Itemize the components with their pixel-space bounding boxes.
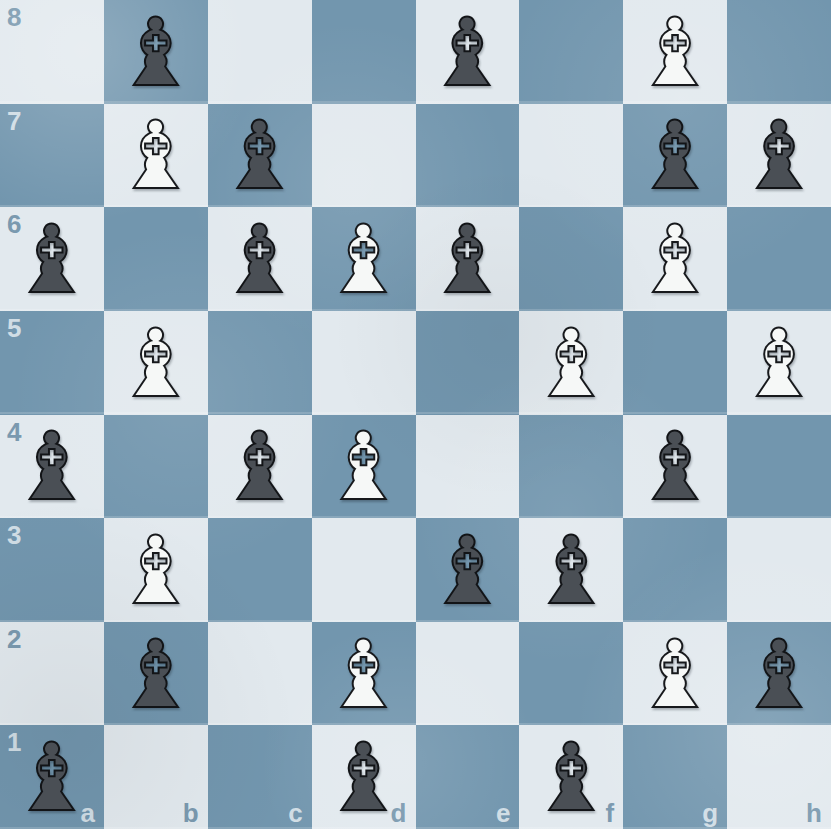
square-c5[interactable] (208, 311, 312, 415)
square-d4[interactable]: ♝ (312, 415, 416, 519)
file-label-e: e (496, 800, 510, 826)
square-a7[interactable]: 7 (0, 104, 104, 208)
square-f8[interactable] (519, 0, 623, 104)
square-d6[interactable]: ♝ (312, 207, 416, 311)
square-a4[interactable]: 4♝ (0, 415, 104, 519)
black-bishop-b8[interactable]: ♝ (104, 1, 208, 105)
square-a3[interactable]: 3 (0, 518, 104, 622)
square-g4[interactable]: ♝ (623, 415, 727, 519)
square-e2[interactable] (416, 622, 520, 726)
square-h8[interactable] (727, 0, 831, 104)
square-d5[interactable] (312, 311, 416, 415)
square-e4[interactable] (416, 415, 520, 519)
white-bishop-b7[interactable]: ♝ (104, 105, 208, 209)
black-bishop-a6[interactable]: ♝ (0, 208, 104, 312)
black-bishop-h2[interactable]: ♝ (727, 623, 831, 727)
rank-label-2: 2 (7, 626, 21, 652)
rank-label-5: 5 (7, 315, 21, 341)
black-bishop-h7[interactable]: ♝ (727, 105, 831, 209)
square-c3[interactable] (208, 518, 312, 622)
square-e5[interactable] (416, 311, 520, 415)
square-e3[interactable]: ♝ (416, 518, 520, 622)
square-c8[interactable] (208, 0, 312, 104)
square-h1[interactable]: h (727, 725, 831, 829)
file-label-b: b (183, 800, 199, 826)
square-e7[interactable] (416, 104, 520, 208)
black-bishop-b2[interactable]: ♝ (104, 623, 208, 727)
square-g5[interactable] (623, 311, 727, 415)
square-d1[interactable]: d♝ (312, 725, 416, 829)
square-a6[interactable]: 6♝ (0, 207, 104, 311)
black-bishop-a1[interactable]: ♝ (0, 726, 104, 829)
square-g3[interactable] (623, 518, 727, 622)
square-h5[interactable]: ♝ (727, 311, 831, 415)
black-bishop-f1[interactable]: ♝ (519, 726, 623, 829)
square-h7[interactable]: ♝ (727, 104, 831, 208)
square-h4[interactable] (727, 415, 831, 519)
square-b6[interactable] (104, 207, 208, 311)
black-bishop-e6[interactable]: ♝ (416, 208, 520, 312)
square-f6[interactable] (519, 207, 623, 311)
white-bishop-f5[interactable]: ♝ (519, 312, 623, 416)
black-bishop-f3[interactable]: ♝ (519, 519, 623, 623)
file-label-g: g (702, 800, 718, 826)
white-bishop-d2[interactable]: ♝ (312, 623, 416, 727)
rank-label-7: 7 (7, 108, 21, 134)
white-bishop-h5[interactable]: ♝ (727, 312, 831, 416)
square-c6[interactable]: ♝ (208, 207, 312, 311)
square-b5[interactable]: ♝ (104, 311, 208, 415)
black-bishop-c7[interactable]: ♝ (208, 105, 312, 209)
square-g6[interactable]: ♝ (623, 207, 727, 311)
chess-board: 8♝♝♝7♝♝♝♝6♝♝♝♝♝5♝♝♝4♝♝♝♝3♝♝♝2♝♝♝♝1a♝bcd♝… (0, 0, 831, 829)
square-b8[interactable]: ♝ (104, 0, 208, 104)
square-c2[interactable] (208, 622, 312, 726)
square-b3[interactable]: ♝ (104, 518, 208, 622)
square-d2[interactable]: ♝ (312, 622, 416, 726)
file-label-h: h (806, 800, 822, 826)
square-g1[interactable]: g (623, 725, 727, 829)
square-g8[interactable]: ♝ (623, 0, 727, 104)
black-bishop-g4[interactable]: ♝ (623, 416, 727, 520)
white-bishop-d4[interactable]: ♝ (312, 416, 416, 520)
black-bishop-a4[interactable]: ♝ (0, 416, 104, 520)
rank-label-8: 8 (7, 4, 21, 30)
square-f1[interactable]: f♝ (519, 725, 623, 829)
square-g2[interactable]: ♝ (623, 622, 727, 726)
square-h3[interactable] (727, 518, 831, 622)
square-b2[interactable]: ♝ (104, 622, 208, 726)
square-c7[interactable]: ♝ (208, 104, 312, 208)
square-f4[interactable] (519, 415, 623, 519)
square-c1[interactable]: c (208, 725, 312, 829)
square-e6[interactable]: ♝ (416, 207, 520, 311)
black-bishop-e8[interactable]: ♝ (416, 1, 520, 105)
square-b7[interactable]: ♝ (104, 104, 208, 208)
square-f5[interactable]: ♝ (519, 311, 623, 415)
square-a1[interactable]: 1a♝ (0, 725, 104, 829)
white-bishop-b3[interactable]: ♝ (104, 519, 208, 623)
square-b1[interactable]: b (104, 725, 208, 829)
black-bishop-e3[interactable]: ♝ (416, 519, 520, 623)
square-e8[interactable]: ♝ (416, 0, 520, 104)
black-bishop-c4[interactable]: ♝ (208, 416, 312, 520)
square-g7[interactable]: ♝ (623, 104, 727, 208)
white-bishop-g2[interactable]: ♝ (623, 623, 727, 727)
rank-label-3: 3 (7, 522, 21, 548)
square-d7[interactable] (312, 104, 416, 208)
square-f3[interactable]: ♝ (519, 518, 623, 622)
black-bishop-c6[interactable]: ♝ (208, 208, 312, 312)
square-h2[interactable]: ♝ (727, 622, 831, 726)
white-bishop-d6[interactable]: ♝ (312, 208, 416, 312)
black-bishop-d1[interactable]: ♝ (312, 726, 416, 829)
square-a8[interactable]: 8 (0, 0, 104, 104)
black-bishop-g7[interactable]: ♝ (623, 105, 727, 209)
square-h6[interactable] (727, 207, 831, 311)
white-bishop-g6[interactable]: ♝ (623, 208, 727, 312)
square-f7[interactable] (519, 104, 623, 208)
file-label-c: c (288, 800, 302, 826)
square-d8[interactable] (312, 0, 416, 104)
white-bishop-b5[interactable]: ♝ (104, 312, 208, 416)
square-a2[interactable]: 2 (0, 622, 104, 726)
square-f2[interactable] (519, 622, 623, 726)
square-d3[interactable] (312, 518, 416, 622)
square-a5[interactable]: 5 (0, 311, 104, 415)
white-bishop-g8[interactable]: ♝ (623, 1, 727, 105)
square-b4[interactable] (104, 415, 208, 519)
square-e1[interactable]: e (416, 725, 520, 829)
square-c4[interactable]: ♝ (208, 415, 312, 519)
